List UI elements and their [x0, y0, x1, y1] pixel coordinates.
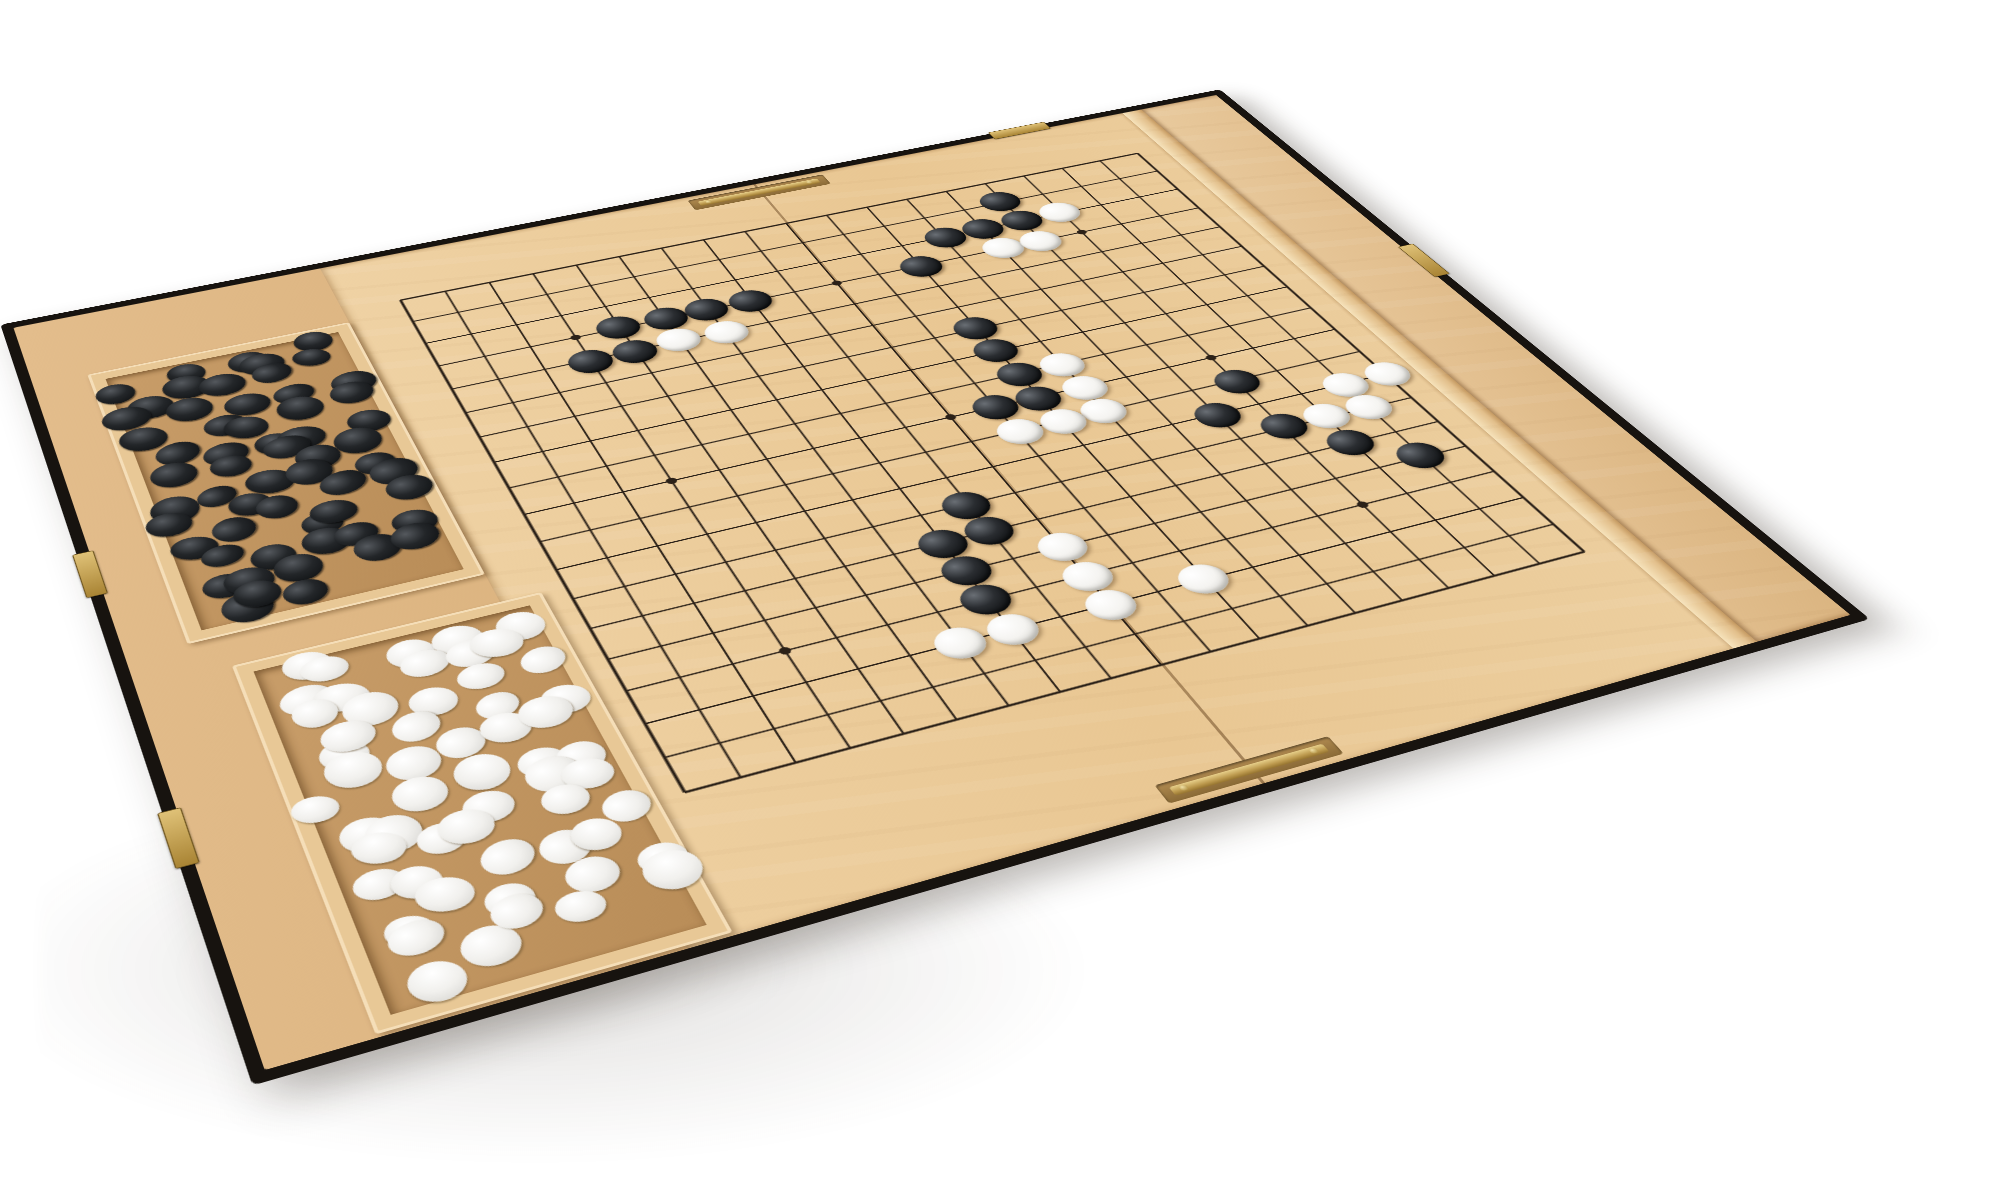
white-tray-stone	[467, 687, 528, 724]
white-tray-stone	[377, 740, 450, 787]
grid-line-row	[556, 374, 1385, 570]
white-tray-stone	[408, 685, 459, 717]
hoshi-point	[569, 334, 582, 341]
tray-rim	[232, 592, 733, 1034]
black-tray-stone	[223, 565, 277, 598]
grid-line-row	[645, 497, 1523, 723]
white-tray-stone	[414, 876, 476, 913]
black-tray-stone	[249, 491, 305, 523]
white-tray-stone	[429, 622, 488, 658]
black-tray-stone	[307, 497, 361, 526]
white-tray-stone	[480, 887, 552, 936]
black-tray-stone	[95, 382, 136, 406]
white-go-stone[interactable]	[1054, 557, 1121, 595]
hinge-screw	[1308, 747, 1319, 754]
white-tray-stone	[512, 641, 574, 678]
white-tray-stone	[333, 685, 408, 732]
white-tray-stone	[469, 627, 525, 659]
white-tray-stone	[321, 751, 383, 789]
hoshi-point	[1355, 501, 1371, 509]
black-tray-stone	[311, 465, 374, 500]
hoshi-point	[830, 280, 843, 286]
white-tray-stone	[314, 715, 382, 757]
white-go-stone[interactable]	[1029, 528, 1095, 565]
white-tray-stone	[287, 695, 342, 732]
black-tray-stone	[249, 543, 298, 571]
black-go-stone[interactable]	[952, 580, 1019, 619]
black-tray-stone	[196, 438, 256, 471]
white-tray-stone	[336, 813, 400, 857]
hoshi-point	[777, 646, 793, 656]
white-go-stone[interactable]	[1170, 560, 1238, 598]
white-tray-stone	[493, 612, 547, 640]
grid-line-row	[494, 287, 1287, 462]
white-tray-stone	[382, 705, 450, 747]
black-tray-stone	[274, 552, 324, 584]
white-tray-stone	[568, 818, 625, 851]
white-go-stone[interactable]	[978, 609, 1047, 649]
white-tray-stone	[552, 887, 610, 925]
grid-line-row	[626, 471, 1494, 691]
white-tray-stone	[559, 755, 618, 792]
white-tray-stone	[477, 710, 535, 746]
hoshi-point	[1075, 229, 1088, 235]
white-tray-stone	[379, 913, 453, 963]
black-tray-stone	[143, 509, 196, 540]
black-tray-stone	[344, 529, 411, 567]
white-tray-stone	[348, 832, 409, 864]
black-tray-stone	[225, 492, 273, 516]
white-tray-stone	[642, 849, 702, 890]
black-go-stone[interactable]	[911, 526, 976, 563]
white-tray-stone	[539, 683, 593, 716]
hoshi-point	[944, 413, 958, 420]
black-tray-stone	[195, 540, 250, 571]
white-tray-stone	[426, 721, 495, 764]
grid-line-row	[466, 246, 1242, 412]
grid-line-col	[401, 300, 685, 792]
white-tray-stone	[409, 818, 473, 861]
white-tray-stone	[434, 805, 499, 848]
white-go-stone[interactable]	[926, 623, 995, 664]
black-tray-stone	[197, 569, 254, 602]
black-go-stone[interactable]	[957, 513, 1022, 549]
white-tray-stone	[510, 742, 575, 783]
hoshi-point	[664, 477, 678, 485]
black-tray-stone	[301, 526, 352, 557]
grid-line-row	[608, 446, 1466, 659]
white-tray-stone	[592, 785, 660, 829]
white-tray-stone	[281, 650, 333, 683]
hoshi-point	[1204, 354, 1218, 361]
black-tray-stone	[391, 507, 439, 534]
black-tray-stone	[290, 349, 333, 365]
white-tray-stone	[632, 838, 695, 879]
hinge-screw	[1178, 784, 1189, 791]
grid-line-col	[786, 223, 1161, 665]
white-tray-stone	[272, 679, 342, 722]
grid-line-row	[452, 227, 1220, 389]
white-tray-stone	[536, 780, 596, 819]
black-tray-stone	[170, 535, 220, 561]
white-tray-stone	[556, 850, 630, 899]
white-tray-stone	[320, 739, 371, 773]
white-tray-stone	[511, 691, 579, 734]
white-tray-stone	[548, 736, 614, 778]
white-stone-tray	[232, 592, 733, 1034]
black-tray-stone	[298, 510, 346, 538]
grid-line-row	[685, 552, 1585, 793]
white-tray-stone	[515, 749, 592, 798]
white-tray-stone	[392, 644, 456, 682]
board-surface	[320, 113, 1734, 949]
black-tray-stone	[146, 496, 203, 524]
black-go-stone[interactable]	[933, 552, 999, 590]
white-tray-stone	[387, 865, 447, 900]
black-tray-stone	[243, 469, 296, 495]
white-tray-stone	[456, 785, 522, 828]
white-tray-stone	[383, 636, 440, 672]
white-tray-stone	[354, 807, 434, 860]
black-tray-stone	[146, 459, 202, 492]
black-tray-stone	[379, 470, 440, 504]
black-tray-stone	[276, 575, 335, 610]
white-tray-stone	[314, 681, 371, 714]
black-tray-stone	[383, 518, 448, 555]
product-photo-scene: { "game": "go", "board": { "size": 19, "…	[0, 0, 1997, 1200]
white-tray-stone	[438, 634, 504, 673]
grid-line-row	[665, 524, 1554, 757]
white-tray-stone	[381, 916, 438, 948]
white-go-stone[interactable]	[1077, 586, 1146, 625]
black-tray-stone	[327, 518, 386, 551]
white-tray-stone	[347, 863, 411, 906]
white-tray-stone	[452, 919, 529, 974]
brass-hinge-bar	[1169, 744, 1330, 796]
white-tray-stone	[403, 960, 472, 1002]
white-tray-stone	[296, 653, 351, 686]
black-tray-stone	[232, 579, 283, 609]
white-tray-stone	[386, 772, 454, 817]
white-tray-stone	[449, 754, 514, 791]
white-tray-stone	[529, 823, 602, 871]
black-go-stone[interactable]	[935, 488, 999, 523]
grid-line-row	[590, 421, 1438, 628]
black-tray-stone	[203, 513, 264, 547]
white-tray-stone	[470, 832, 545, 881]
grid-line-col	[745, 232, 1111, 679]
hoshi-point	[1077, 571, 1093, 580]
white-tray-stone	[477, 877, 543, 922]
white-tray-stone	[290, 793, 341, 826]
black-tray-stone	[189, 482, 243, 512]
black-tray-stone	[212, 586, 284, 629]
brass-hinge-bottom	[1155, 736, 1344, 803]
black-tray-stone	[166, 396, 213, 423]
white-tray-stone	[451, 658, 512, 694]
